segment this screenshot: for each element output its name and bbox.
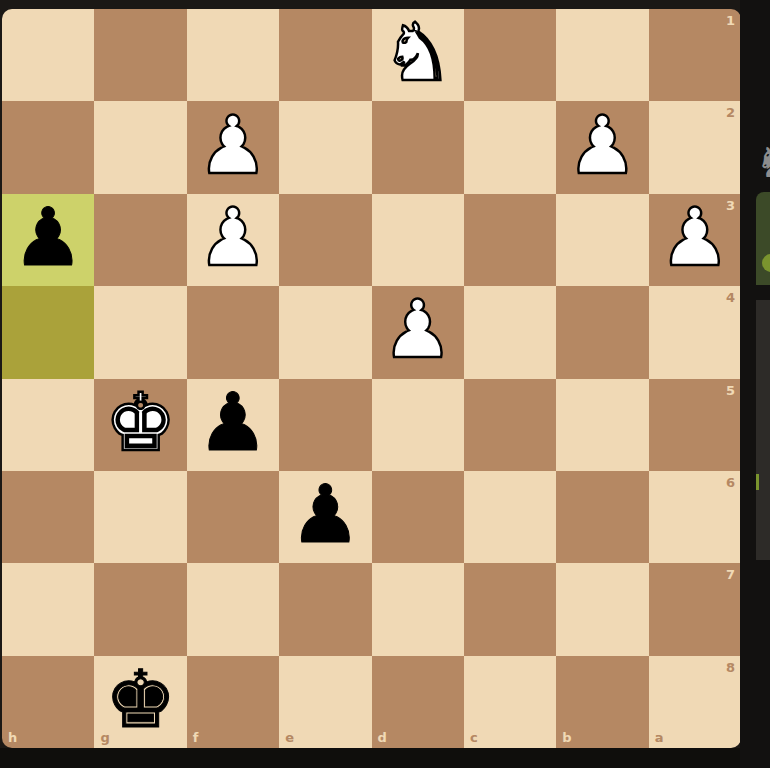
right-panel-edge: ♞ — [740, 0, 770, 768]
file-label-e: e — [285, 731, 294, 744]
square-h6[interactable] — [2, 471, 94, 563]
rank-label-8: 8 — [726, 661, 735, 674]
square-b8[interactable]: b — [556, 656, 648, 748]
rank-label-6: 6 — [726, 476, 735, 489]
rank-label-5: 5 — [726, 384, 735, 397]
square-c7[interactable] — [464, 563, 556, 655]
bottom-gap — [0, 748, 740, 768]
square-a1[interactable]: 1 — [649, 9, 741, 101]
square-a3[interactable]: ♟3 — [649, 194, 741, 286]
square-b1[interactable] — [556, 9, 648, 101]
white-pawn-b2[interactable]: ♟ — [567, 106, 639, 186]
rank-label-1: 1 — [726, 14, 735, 27]
rank-label-4: 4 — [726, 291, 735, 304]
white-pawn-d4[interactable]: ♟ — [382, 290, 454, 370]
file-label-h: h — [8, 731, 17, 744]
file-label-d: d — [378, 731, 387, 744]
square-f2[interactable]: ♟ — [187, 101, 279, 193]
square-h8[interactable]: h — [2, 656, 94, 748]
square-b3[interactable] — [556, 194, 648, 286]
square-a5[interactable]: 5 — [649, 379, 741, 471]
white-pawn-f3[interactable]: ♟ — [197, 198, 269, 278]
square-c5[interactable] — [464, 379, 556, 471]
white-king-g5[interactable]: ♚ — [105, 383, 177, 463]
square-g8[interactable]: ♚g — [94, 656, 186, 748]
white-knight-d1[interactable]: ♞ — [382, 13, 454, 93]
square-f3[interactable]: ♟ — [187, 194, 279, 286]
file-label-b: b — [562, 731, 571, 744]
square-b2[interactable]: ♟ — [556, 101, 648, 193]
square-f1[interactable] — [187, 9, 279, 101]
square-a2[interactable]: 2 — [649, 101, 741, 193]
white-pawn-a3[interactable]: ♟ — [659, 198, 731, 278]
screen: ♞1♟♟2♟♟♟3♟4♚♟5♟67h♚gfedcb8a ♞ — [0, 0, 770, 768]
rank-label-2: 2 — [726, 106, 735, 119]
square-d1[interactable]: ♞ — [372, 9, 464, 101]
square-h4[interactable] — [2, 286, 94, 378]
square-g2[interactable] — [94, 101, 186, 193]
black-pawn-h3[interactable]: ♟ — [12, 198, 84, 278]
square-c3[interactable] — [464, 194, 556, 286]
square-f4[interactable] — [187, 286, 279, 378]
square-g7[interactable] — [94, 563, 186, 655]
square-c8[interactable]: c — [464, 656, 556, 748]
square-d8[interactable]: d — [372, 656, 464, 748]
accent-sliver — [756, 474, 759, 490]
square-h1[interactable] — [2, 9, 94, 101]
square-e3[interactable] — [279, 194, 371, 286]
square-f6[interactable] — [187, 471, 279, 563]
square-g1[interactable] — [94, 9, 186, 101]
square-c4[interactable] — [464, 286, 556, 378]
square-g4[interactable] — [94, 286, 186, 378]
square-c1[interactable] — [464, 9, 556, 101]
square-g3[interactable] — [94, 194, 186, 286]
square-g6[interactable] — [94, 471, 186, 563]
square-f7[interactable] — [187, 563, 279, 655]
square-d4[interactable]: ♟ — [372, 286, 464, 378]
square-a6[interactable]: 6 — [649, 471, 741, 563]
file-label-g: g — [100, 731, 109, 744]
square-f5[interactable]: ♟ — [187, 379, 279, 471]
rank-label-7: 7 — [726, 568, 735, 581]
black-pawn-f5[interactable]: ♟ — [197, 383, 269, 463]
white-pawn-f2[interactable]: ♟ — [197, 106, 269, 186]
square-b6[interactable] — [556, 471, 648, 563]
square-e4[interactable] — [279, 286, 371, 378]
chess-board: ♞1♟♟2♟♟♟3♟4♚♟5♟67h♚gfedcb8a — [2, 9, 741, 748]
square-d5[interactable] — [372, 379, 464, 471]
panel-gray-block — [756, 300, 770, 560]
square-h7[interactable] — [2, 563, 94, 655]
knight-icon[interactable]: ♞ — [755, 140, 770, 184]
square-e2[interactable] — [279, 101, 371, 193]
square-a4[interactable]: 4 — [649, 286, 741, 378]
square-e6[interactable]: ♟ — [279, 471, 371, 563]
square-b5[interactable] — [556, 379, 648, 471]
square-e8[interactable]: e — [279, 656, 371, 748]
square-h2[interactable] — [2, 101, 94, 193]
black-pawn-e6[interactable]: ♟ — [289, 475, 361, 555]
square-h3[interactable]: ♟ — [2, 194, 94, 286]
square-h5[interactable] — [2, 379, 94, 471]
rank-label-3: 3 — [726, 199, 735, 212]
square-c2[interactable] — [464, 101, 556, 193]
square-f8[interactable]: f — [187, 656, 279, 748]
file-label-f: f — [193, 731, 199, 744]
square-a8[interactable]: 8a — [649, 656, 741, 748]
square-e1[interactable] — [279, 9, 371, 101]
square-c6[interactable] — [464, 471, 556, 563]
square-e5[interactable] — [279, 379, 371, 471]
square-e7[interactable] — [279, 563, 371, 655]
square-b7[interactable] — [556, 563, 648, 655]
square-b4[interactable] — [556, 286, 648, 378]
square-d2[interactable] — [372, 101, 464, 193]
square-a7[interactable]: 7 — [649, 563, 741, 655]
black-king-g8[interactable]: ♚ — [105, 660, 177, 740]
square-d3[interactable] — [372, 194, 464, 286]
square-d6[interactable] — [372, 471, 464, 563]
square-d7[interactable] — [372, 563, 464, 655]
file-label-a: a — [655, 731, 664, 744]
file-label-c: c — [470, 731, 478, 744]
square-g5[interactable]: ♚ — [94, 379, 186, 471]
